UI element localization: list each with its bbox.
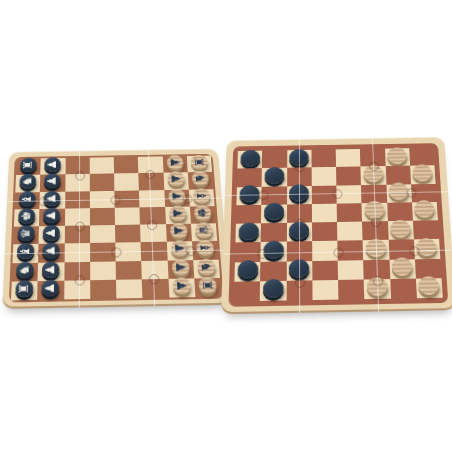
queen-glyph-icon: ♛ — [20, 228, 32, 239]
chess-square: ♜ — [16, 158, 41, 175]
jigsaw-knob — [372, 276, 383, 286]
chess-square: ♞ — [15, 175, 40, 192]
checkers-square — [262, 168, 287, 186]
jigsaw-knob — [257, 248, 267, 258]
chess-piece-navy-black-pawn: ♟ — [43, 208, 60, 224]
checker-man-navy — [240, 149, 260, 166]
chess-square — [115, 207, 141, 225]
checkers-square — [385, 166, 411, 184]
chess-piece-navy-black-pawn: ♟ — [42, 280, 60, 297]
king-glyph-icon: ♚ — [196, 208, 209, 218]
bishop-glyph-icon: ♝ — [199, 243, 212, 254]
checkers-square — [389, 259, 416, 279]
chess-square: ♟ — [38, 262, 64, 281]
checkers-square — [336, 149, 361, 167]
pawn-glyph-icon: ♟ — [170, 191, 182, 201]
checkers-square — [387, 221, 413, 240]
chess-square — [116, 279, 143, 298]
chess-square — [115, 225, 141, 243]
queen-glyph-icon: ♛ — [197, 225, 210, 236]
chess-piece-wood-white-knight: ♞ — [197, 258, 215, 274]
checkers-square — [337, 222, 363, 241]
checkers-square — [410, 165, 436, 183]
checkers-square — [312, 280, 338, 300]
rook-glyph-icon: ♜ — [18, 283, 31, 294]
chess-square: ♞ — [193, 259, 220, 278]
chess-square: ♚ — [14, 209, 40, 227]
chess-square: ♜ — [11, 281, 38, 300]
chess-piece-wood-white-rook: ♜ — [190, 155, 207, 170]
checkers-grid — [234, 148, 443, 302]
chess-square: ♟ — [37, 280, 64, 299]
checker-man-navy — [263, 279, 284, 298]
checkers-square — [262, 150, 287, 168]
checkers-square — [338, 279, 364, 299]
pawn-glyph-icon: ♟ — [46, 210, 58, 220]
chess-piece-navy-black-king: ♚ — [18, 208, 35, 224]
chess-square — [116, 261, 142, 280]
checkers-board — [221, 137, 452, 315]
jigsaw-knob — [75, 222, 85, 232]
checkers-square — [261, 223, 287, 242]
checker-man-navy — [264, 203, 284, 221]
chess-square: ♜ — [187, 156, 212, 173]
knight-glyph-icon: ♞ — [200, 261, 213, 272]
chess-square — [114, 173, 139, 190]
bishop-glyph-icon: ♝ — [195, 191, 207, 201]
chess-square — [90, 280, 116, 299]
checker-man-wood — [390, 219, 411, 237]
checker-man-wood — [414, 200, 435, 218]
chess-square: ♚ — [190, 206, 216, 224]
jigsaw-knob — [369, 161, 379, 170]
jigsaw-knob — [74, 275, 84, 285]
checker-man-navy — [238, 222, 258, 240]
checker-man-wood — [416, 238, 437, 256]
chess-square: ♟ — [40, 158, 65, 175]
checkers-square — [338, 260, 364, 280]
product-photo-scene: ♜♟♟♜♞♟♟♞♝♟♟♝♚♟♟♚♛♟♟♛♝♟♟♝♞♟♟♞♜♟♟♜ — [0, 0, 452, 452]
pawn-glyph-icon: ♟ — [175, 280, 188, 291]
knight-glyph-icon: ♞ — [194, 174, 206, 184]
chess-piece-wood-white-king: ♚ — [194, 205, 212, 221]
checkers-square — [416, 278, 443, 298]
jigsaw-knob — [333, 247, 343, 257]
chess-square — [114, 157, 139, 174]
chess-board: ♜♟♟♜♞♟♟♞♝♟♟♝♚♟♟♚♛♟♟♛♝♟♟♝♞♟♟♞♜♟♟♜ — [2, 148, 230, 308]
chess-piece-navy-black-bishop: ♝ — [19, 191, 36, 206]
chess-playing-field: ♜♟♟♜♞♟♟♞♝♟♟♝♚♟♟♚♛♟♟♛♝♟♟♝♞♟♟♞♜♟♟♜ — [9, 154, 224, 303]
bishop-glyph-icon: ♝ — [19, 246, 32, 257]
chess-square — [90, 225, 116, 243]
chess-square — [90, 261, 116, 280]
chess-piece-wood-white-pawn: ♟ — [167, 172, 184, 187]
pawn-glyph-icon: ♟ — [169, 158, 181, 168]
chess-square: ♟ — [39, 208, 64, 226]
jigsaw-knob — [370, 217, 380, 227]
chess-piece-navy-black-pawn: ♟ — [43, 225, 60, 241]
jigsaw-knob — [182, 194, 192, 204]
chess-piece-wood-white-bishop: ♝ — [196, 240, 214, 256]
chess-piece-navy-black-knight: ♞ — [16, 261, 34, 278]
pawn-glyph-icon: ♟ — [45, 264, 58, 275]
checkers-square — [311, 167, 336, 185]
jigsaw-knob — [75, 171, 85, 180]
checker-man-navy — [264, 167, 284, 184]
chess-piece-wood-white-pawn: ♟ — [169, 206, 187, 222]
chess-square: ♜ — [194, 278, 221, 297]
chess-square: ♟ — [168, 278, 195, 297]
pawn-glyph-icon: ♟ — [47, 160, 59, 170]
checkers-square — [261, 204, 286, 223]
chess-square — [90, 174, 115, 191]
chess-piece-wood-white-bishop: ♝ — [193, 188, 211, 203]
checkers-square — [237, 168, 262, 186]
chess-piece-wood-white-pawn: ♟ — [170, 223, 188, 239]
chess-square: ♟ — [39, 226, 65, 244]
checkers-square — [236, 205, 262, 224]
checkers-square — [387, 202, 413, 221]
jigsaw-knob — [185, 246, 196, 256]
checkers-square — [312, 260, 338, 280]
checkers-square — [311, 149, 336, 167]
checker-man-wood — [412, 164, 433, 181]
chess-piece-wood-white-pawn: ♟ — [172, 277, 190, 294]
rook-glyph-icon: ♜ — [23, 160, 35, 170]
checkers-square — [312, 203, 337, 222]
chess-piece-wood-white-queen: ♛ — [195, 223, 213, 239]
checkers-square — [336, 167, 361, 185]
pawn-glyph-icon: ♟ — [44, 282, 57, 293]
checkers-square — [413, 220, 439, 239]
chess-square: ♟ — [163, 172, 189, 189]
pawn-glyph-icon: ♟ — [46, 228, 58, 239]
chess-square — [90, 208, 115, 226]
chess-square: ♞ — [12, 262, 39, 281]
chess-square: ♟ — [167, 260, 194, 279]
checker-man-wood — [418, 277, 440, 296]
chess-square: ♟ — [162, 156, 187, 173]
checker-man-navy — [237, 260, 258, 279]
chess-piece-wood-white-pawn: ♟ — [171, 259, 189, 276]
checkers-square — [409, 148, 435, 166]
checkers-square — [260, 281, 286, 301]
jigsaw-knob — [111, 195, 121, 205]
pawn-glyph-icon: ♟ — [174, 262, 187, 273]
king-glyph-icon: ♚ — [21, 211, 33, 221]
checker-man-wood — [392, 257, 413, 276]
pawn-glyph-icon: ♟ — [172, 226, 185, 237]
checkers-playing-field — [229, 143, 449, 307]
checkers-square — [234, 261, 260, 281]
chess-piece-navy-black-rook: ♜ — [20, 158, 37, 173]
checker-man-wood — [387, 147, 407, 164]
chess-square: ♟ — [165, 224, 191, 242]
chess-piece-navy-black-pawn: ♟ — [45, 157, 62, 172]
jigsaw-knob — [111, 247, 121, 257]
knight-glyph-icon: ♞ — [19, 264, 32, 275]
chess-square: ♟ — [165, 206, 191, 224]
chess-piece-navy-black-knight: ♞ — [19, 174, 36, 189]
checkers-square — [412, 202, 438, 221]
bishop-glyph-icon: ♝ — [21, 193, 33, 203]
checkers-square — [415, 258, 442, 278]
checkers-square — [234, 281, 260, 301]
knight-glyph-icon: ♞ — [22, 177, 34, 187]
chess-piece-navy-black-pawn: ♟ — [42, 261, 60, 278]
chess-piece-wood-white-knight: ♞ — [191, 171, 209, 186]
pawn-glyph-icon: ♟ — [173, 243, 186, 254]
chess-square: ♟ — [40, 174, 65, 191]
chess-piece-navy-black-queen: ♛ — [18, 226, 36, 242]
checkers-square — [390, 278, 417, 298]
rook-glyph-icon: ♜ — [201, 280, 214, 291]
checkers-square — [312, 222, 338, 241]
chess-grid: ♜♟♟♜♞♟♟♞♝♟♟♝♚♟♟♚♛♟♟♛♝♟♟♝♞♟♟♞♜♟♟♜ — [11, 156, 221, 301]
chess-square — [89, 157, 114, 174]
chess-square: ♛ — [13, 226, 39, 244]
chess-piece-navy-black-pawn: ♟ — [44, 174, 61, 189]
pawn-glyph-icon: ♟ — [171, 208, 183, 218]
chess-square: ♞ — [188, 172, 214, 189]
pawn-glyph-icon: ♟ — [170, 174, 182, 184]
chess-piece-wood-white-pawn: ♟ — [166, 155, 183, 170]
checkers-square — [260, 261, 286, 281]
checkers-square — [337, 203, 363, 222]
pawn-glyph-icon: ♟ — [47, 176, 59, 186]
chess-square: ♛ — [191, 223, 218, 241]
chess-piece-navy-black-rook: ♜ — [15, 280, 33, 297]
chess-piece-navy-black-bishop: ♝ — [17, 243, 35, 259]
checkers-square — [235, 223, 261, 242]
checkers-square — [385, 148, 410, 166]
rook-glyph-icon: ♜ — [193, 157, 205, 167]
checkers-square — [237, 151, 262, 169]
chess-piece-wood-white-rook: ♜ — [198, 277, 217, 294]
